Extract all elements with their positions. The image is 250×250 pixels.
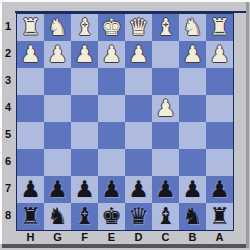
square-f2[interactable]: ♟ [71,41,98,68]
square-e3[interactable] [98,68,125,95]
square-c1[interactable]: ♝ [152,14,179,41]
rank-label-7: 7 [2,175,14,202]
white-pawn[interactable]: ♟ [74,41,95,68]
square-d1[interactable]: ♛ [125,14,152,41]
white-knight[interactable]: ♞ [182,14,203,41]
white-pawn[interactable]: ♟ [128,41,149,68]
square-c6[interactable] [152,149,179,176]
square-b2[interactable]: ♟ [179,41,206,68]
square-f6[interactable] [71,149,98,176]
file-label-h: H [17,231,44,244]
white-pawn[interactable]: ♟ [47,41,68,68]
square-f5[interactable] [71,122,98,149]
square-d4[interactable] [125,95,152,122]
square-a7[interactable]: ♟ [206,176,233,203]
square-f8[interactable]: ♝ [71,203,98,230]
square-c7[interactable]: ♟ [152,176,179,203]
square-h6[interactable] [17,149,44,176]
square-g3[interactable] [44,68,71,95]
square-b5[interactable] [179,122,206,149]
chess-board[interactable]: ♜♞♝♚♛♝♞♜♟♟♟♟♟♟♟♟♟♟♟♟♟♟♟♟♜♞♝♚♛♝♞♜ [16,13,234,231]
square-e7[interactable]: ♟ [98,176,125,203]
square-c3[interactable] [152,68,179,95]
square-g6[interactable] [44,149,71,176]
square-e5[interactable] [98,122,125,149]
rank-label-5: 5 [2,121,14,148]
black-pawn[interactable]: ♟ [101,176,122,203]
square-d2[interactable]: ♟ [125,41,152,68]
square-f1[interactable]: ♝ [71,14,98,41]
square-b6[interactable] [179,149,206,176]
white-knight[interactable]: ♞ [47,14,68,41]
square-d5[interactable] [125,122,152,149]
file-label-a: A [206,231,233,244]
square-g5[interactable] [44,122,71,149]
white-queen[interactable]: ♛ [128,14,149,41]
file-label-d: D [125,231,152,244]
file-label-e: E [98,231,125,244]
square-e4[interactable] [98,95,125,122]
black-rook[interactable]: ♜ [209,203,230,230]
square-h1[interactable]: ♜ [17,14,44,41]
square-a8[interactable]: ♜ [206,203,233,230]
square-f7[interactable]: ♟ [71,176,98,203]
square-d3[interactable] [125,68,152,95]
square-d8[interactable]: ♛ [125,203,152,230]
black-pawn[interactable]: ♟ [155,176,176,203]
square-h3[interactable] [17,68,44,95]
square-b7[interactable]: ♟ [179,176,206,203]
square-a1[interactable]: ♜ [206,14,233,41]
square-e8[interactable]: ♚ [98,203,125,230]
file-labels: HGFEDCBA [17,231,233,244]
square-h2[interactable]: ♟ [17,41,44,68]
frame-shadow-bottom [2,244,248,248]
rank-label-8: 8 [2,202,14,229]
square-a4[interactable] [206,95,233,122]
file-label-b: B [179,231,206,244]
square-b1[interactable]: ♞ [179,14,206,41]
black-king[interactable]: ♚ [101,203,122,230]
square-g7[interactable]: ♟ [44,176,71,203]
square-g8[interactable]: ♞ [44,203,71,230]
square-h7[interactable]: ♟ [17,176,44,203]
square-c2[interactable] [152,41,179,68]
square-a3[interactable] [206,68,233,95]
square-d6[interactable] [125,149,152,176]
square-e1[interactable]: ♚ [98,14,125,41]
square-h4[interactable] [17,95,44,122]
black-pawn[interactable]: ♟ [47,176,68,203]
file-label-g: G [44,231,71,244]
white-king[interactable]: ♚ [101,14,122,41]
white-pawn[interactable]: ♟ [101,41,122,68]
chessboard-frame: 12345678 ♜♞♝♚♛♝♞♜♟♟♟♟♟♟♟♟♟♟♟♟♟♟♟♟♜♞♝♚♛♝♞… [0,0,250,250]
rank-label-1: 1 [2,13,14,40]
black-pawn[interactable]: ♟ [74,176,95,203]
black-knight[interactable]: ♞ [182,203,203,230]
white-pawn[interactable]: ♟ [209,41,230,68]
square-e6[interactable] [98,149,125,176]
rank-label-2: 2 [2,40,14,67]
white-bishop[interactable]: ♝ [74,14,95,41]
square-h5[interactable] [17,122,44,149]
square-f4[interactable] [71,95,98,122]
square-c8[interactable]: ♝ [152,203,179,230]
white-rook[interactable]: ♜ [209,14,230,41]
square-c4[interactable]: ♟ [152,95,179,122]
square-c5[interactable] [152,122,179,149]
black-rook[interactable]: ♜ [20,203,41,230]
file-label-c: C [152,231,179,244]
black-bishop[interactable]: ♝ [74,203,95,230]
white-rook[interactable]: ♜ [20,14,41,41]
square-d7[interactable]: ♟ [125,176,152,203]
black-pawn[interactable]: ♟ [209,176,230,203]
rank-label-4: 4 [2,94,14,121]
white-bishop[interactable]: ♝ [155,14,176,41]
square-g2[interactable]: ♟ [44,41,71,68]
black-bishop[interactable]: ♝ [155,203,176,230]
rank-label-3: 3 [2,67,14,94]
rank-label-6: 6 [2,148,14,175]
square-b8[interactable]: ♞ [179,203,206,230]
white-pawn[interactable]: ♟ [20,41,41,68]
square-g4[interactable] [44,95,71,122]
square-a5[interactable] [206,122,233,149]
rank-labels: 12345678 [0,13,16,229]
black-pawn[interactable]: ♟ [182,176,203,203]
frame-shadow-right [246,2,249,248]
frame-highlight-top [0,0,250,2]
square-a2[interactable]: ♟ [206,41,233,68]
square-b3[interactable] [179,68,206,95]
square-h8[interactable]: ♜ [17,203,44,230]
white-pawn[interactable]: ♟ [182,41,203,68]
black-queen[interactable]: ♛ [128,203,149,230]
black-pawn[interactable]: ♟ [20,176,41,203]
square-g1[interactable]: ♞ [44,14,71,41]
white-pawn[interactable]: ♟ [155,95,176,122]
black-pawn[interactable]: ♟ [128,176,149,203]
square-e2[interactable]: ♟ [98,41,125,68]
file-label-f: F [71,231,98,244]
square-b4[interactable] [179,95,206,122]
square-f3[interactable] [71,68,98,95]
black-knight[interactable]: ♞ [47,203,68,230]
square-a6[interactable] [206,149,233,176]
